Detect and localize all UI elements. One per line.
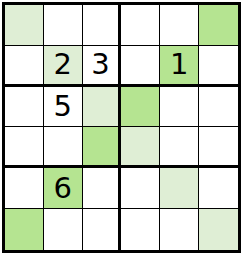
- sudoku-cell-r5c4[interactable]: [121, 168, 160, 209]
- sudoku-cell-r2c5[interactable]: 1: [160, 46, 199, 87]
- sudoku-cell-r1c2[interactable]: [44, 5, 83, 46]
- sudoku-cell-r1c6[interactable]: [199, 5, 238, 46]
- sudoku-cell-r2c1[interactable]: [5, 46, 44, 87]
- sudoku-cell-r5c2[interactable]: 6: [44, 168, 83, 209]
- sudoku-cell-r2c3[interactable]: 3: [83, 46, 122, 87]
- sudoku-cell-r3c6[interactable]: [199, 87, 238, 128]
- sudoku-cell-r4c6[interactable]: [199, 127, 238, 168]
- sudoku-cell-r2c6[interactable]: [199, 46, 238, 87]
- sudoku-cell-r3c5[interactable]: [160, 87, 199, 128]
- sudoku-cell-r3c3[interactable]: [83, 87, 122, 128]
- sudoku-cell-r4c1[interactable]: [5, 127, 44, 168]
- sudoku-cell-r3c2[interactable]: 5: [44, 87, 83, 128]
- sudoku-cell-r4c5[interactable]: [160, 127, 199, 168]
- sudoku-cell-r5c3[interactable]: [83, 168, 122, 209]
- sudoku-cell-r1c4[interactable]: [121, 5, 160, 46]
- sudoku-cell-r5c5[interactable]: [160, 168, 199, 209]
- sudoku-board: 23156: [2, 2, 241, 253]
- sudoku-cell-r2c2[interactable]: 2: [44, 46, 83, 87]
- sudoku-cell-r6c3[interactable]: [83, 209, 122, 250]
- sudoku-cell-r4c3[interactable]: [83, 127, 122, 168]
- sudoku-cell-r5c6[interactable]: [199, 168, 238, 209]
- sudoku-cell-r1c3[interactable]: [83, 5, 122, 46]
- sudoku-cell-r4c2[interactable]: [44, 127, 83, 168]
- sudoku-cell-r6c5[interactable]: [160, 209, 199, 250]
- sudoku-cell-r3c4[interactable]: [121, 87, 160, 128]
- sudoku-cell-r6c1[interactable]: [5, 209, 44, 250]
- page: 23156: [0, 0, 243, 255]
- sudoku-cell-r5c1[interactable]: [5, 168, 44, 209]
- sudoku-cell-r6c2[interactable]: [44, 209, 83, 250]
- sudoku-cell-r6c4[interactable]: [121, 209, 160, 250]
- sudoku-cell-r4c4[interactable]: [121, 127, 160, 168]
- sudoku-cell-r6c6[interactable]: [199, 209, 238, 250]
- sudoku-cell-r1c5[interactable]: [160, 5, 199, 46]
- sudoku-cell-r1c1[interactable]: [5, 5, 44, 46]
- sudoku-cell-r3c1[interactable]: [5, 87, 44, 128]
- sudoku-cell-r2c4[interactable]: [121, 46, 160, 87]
